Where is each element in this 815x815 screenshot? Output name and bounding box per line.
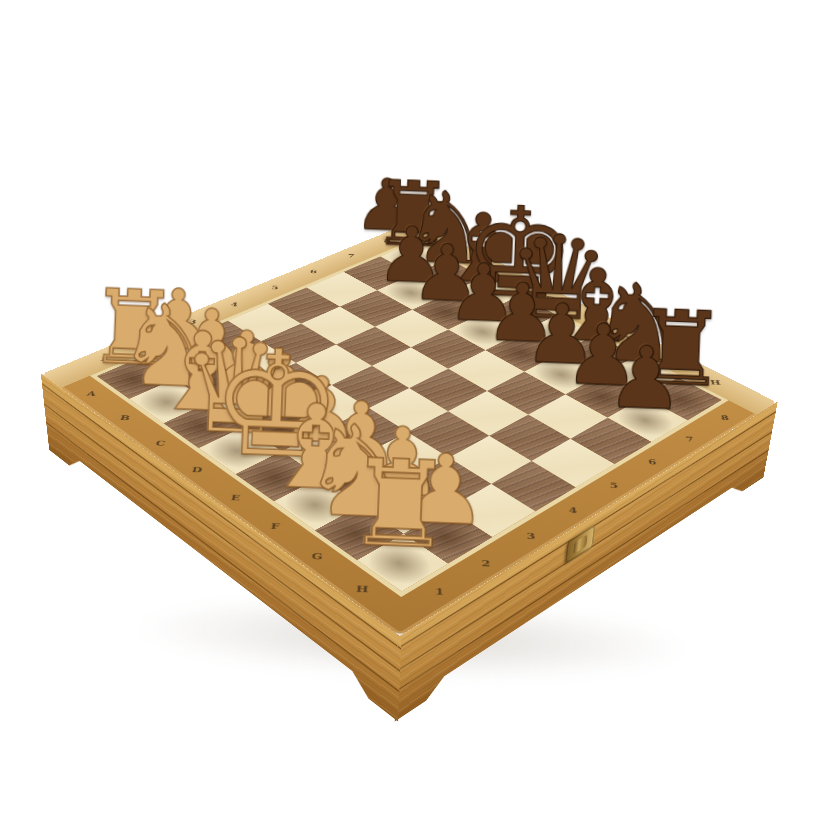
square-h7[interactable]: ♟	[608, 397, 688, 442]
brass-clasp-icon	[565, 524, 595, 564]
rank-label-1: 1	[435, 587, 444, 597]
rank-label-4: 4	[569, 506, 578, 515]
rank-label-3: 3	[526, 532, 535, 542]
file-label-A: A	[86, 390, 97, 398]
file-label-G: G	[312, 551, 324, 561]
rank-label-8: 8	[720, 414, 730, 422]
file-label-D: D	[191, 465, 203, 474]
product-photo: ABCDEFGH ABCDEFGH 87654321 87654321 ♟ ♜♞…	[0, 0, 815, 815]
file-label-C: C	[155, 439, 166, 447]
rank-label-5: 5	[271, 285, 279, 291]
file-label-B: B	[119, 414, 131, 422]
scene: ABCDEFGH ABCDEFGH 87654321 87654321 ♟ ♜♞…	[0, 0, 815, 815]
rank-label-6: 6	[648, 458, 658, 466]
rank-label-7: 7	[685, 436, 695, 444]
black-pawn-h7[interactable]: ♟	[605, 334, 685, 423]
rank-label-5: 5	[609, 481, 619, 490]
file-label-F: F	[270, 521, 280, 530]
white-rook-h1[interactable]: ♜	[344, 443, 456, 566]
file-label-E: E	[230, 493, 241, 502]
chess-box: ABCDEFGH ABCDEFGH 87654321 87654321 ♟ ♜♞…	[42, 220, 777, 636]
clasp-hook	[573, 534, 588, 555]
rank-label-2: 2	[482, 559, 491, 569]
rank-label-6: 6	[310, 269, 318, 275]
file-label-H: H	[356, 584, 369, 595]
rank-label-7: 7	[348, 253, 355, 259]
